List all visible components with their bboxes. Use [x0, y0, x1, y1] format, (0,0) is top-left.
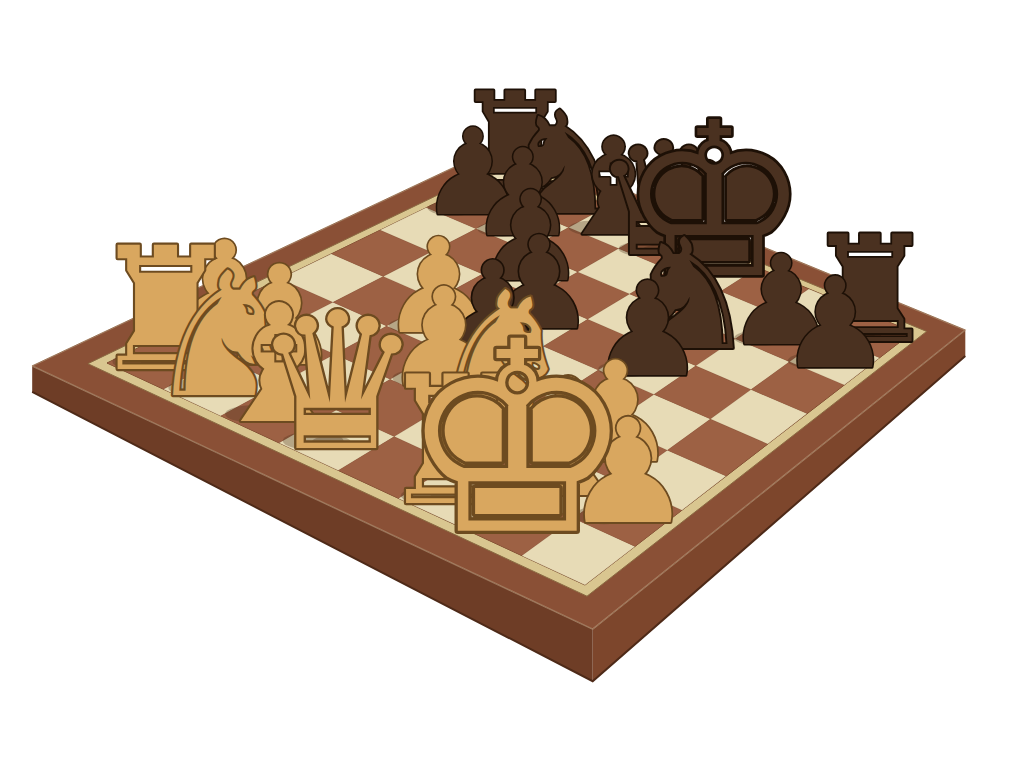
piece-white-K-g1: ♚ [399, 286, 636, 593]
piece-black-P-h7: ♟ [779, 251, 891, 397]
chess-board: ♜♞♟♝♟♛♚♟♟♟♟♜♟♞♟♟♟♜♟♟♞♞♝♛♟♝♜♟♚ [0, 0, 1024, 768]
chess-set-photo: ♜♞♟♝♟♛♚♟♟♟♟♜♟♞♟♟♟♜♟♟♞♞♝♛♟♝♜♟♚ [0, 0, 1024, 768]
